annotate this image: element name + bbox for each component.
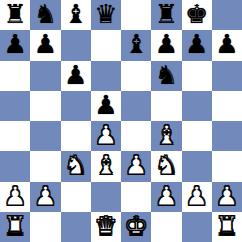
square-f7[interactable]: ♟ — [151, 30, 181, 60]
square-h6[interactable] — [212, 61, 242, 91]
square-d8[interactable]: ♛ — [91, 0, 121, 30]
square-e7[interactable]: ♝ — [121, 30, 151, 60]
piece-black-pawn[interactable]: ♟ — [155, 29, 178, 59]
square-c3[interactable]: ♞ — [61, 151, 91, 181]
square-h3[interactable] — [212, 151, 242, 181]
piece-white-knight[interactable]: ♞ — [64, 150, 87, 180]
piece-black-pawn[interactable]: ♟ — [94, 90, 117, 120]
square-a6[interactable] — [0, 61, 30, 91]
square-e4[interactable] — [121, 121, 151, 151]
piece-white-pawn[interactable]: ♟ — [3, 181, 26, 211]
square-b1[interactable] — [30, 212, 60, 242]
square-a7[interactable]: ♟ — [0, 30, 30, 60]
piece-white-queen[interactable]: ♛ — [94, 211, 117, 241]
piece-white-rook[interactable]: ♜ — [3, 211, 26, 241]
square-a8[interactable]: ♜ — [0, 0, 30, 30]
square-f2[interactable]: ♟ — [151, 182, 181, 212]
piece-black-pawn[interactable]: ♟ — [3, 29, 26, 59]
piece-white-bishop[interactable]: ♝ — [94, 150, 117, 180]
square-e5[interactable] — [121, 91, 151, 121]
square-h8[interactable] — [212, 0, 242, 30]
square-e1[interactable]: ♚ — [121, 212, 151, 242]
square-b2[interactable]: ♟ — [30, 182, 60, 212]
square-g3[interactable] — [182, 151, 212, 181]
piece-black-pawn[interactable]: ♟ — [215, 29, 238, 59]
square-c5[interactable] — [61, 91, 91, 121]
square-b3[interactable] — [30, 151, 60, 181]
square-h5[interactable] — [212, 91, 242, 121]
piece-white-pawn[interactable]: ♟ — [124, 150, 147, 180]
square-b6[interactable] — [30, 61, 60, 91]
piece-black-rook[interactable]: ♜ — [3, 0, 26, 29]
piece-black-knight[interactable]: ♞ — [155, 60, 178, 90]
square-b4[interactable] — [30, 121, 60, 151]
piece-white-bishop[interactable]: ♝ — [155, 120, 178, 150]
piece-white-knight[interactable]: ♞ — [155, 150, 178, 180]
square-f3[interactable]: ♞ — [151, 151, 181, 181]
square-b5[interactable] — [30, 91, 60, 121]
square-f5[interactable] — [151, 91, 181, 121]
square-c6[interactable]: ♟ — [61, 61, 91, 91]
piece-black-king[interactable]: ♚ — [185, 0, 208, 29]
square-g5[interactable] — [182, 91, 212, 121]
square-c4[interactable] — [61, 121, 91, 151]
square-g6[interactable] — [182, 61, 212, 91]
square-f4[interactable]: ♝ — [151, 121, 181, 151]
square-h1[interactable]: ♜ — [212, 212, 242, 242]
square-d4[interactable]: ♟ — [91, 121, 121, 151]
square-d7[interactable] — [91, 30, 121, 60]
square-h4[interactable] — [212, 121, 242, 151]
piece-black-bishop[interactable]: ♝ — [64, 0, 87, 29]
square-e8[interactable] — [121, 0, 151, 30]
piece-white-king[interactable]: ♚ — [124, 211, 147, 241]
piece-black-rook[interactable]: ♜ — [155, 0, 178, 29]
square-a2[interactable]: ♟ — [0, 182, 30, 212]
square-e6[interactable] — [121, 61, 151, 91]
square-g8[interactable]: ♚ — [182, 0, 212, 30]
piece-white-pawn[interactable]: ♟ — [34, 181, 57, 211]
square-a4[interactable] — [0, 121, 30, 151]
piece-black-pawn[interactable]: ♟ — [64, 60, 87, 90]
square-g4[interactable] — [182, 121, 212, 151]
piece-black-queen[interactable]: ♛ — [94, 0, 117, 29]
piece-black-pawn[interactable]: ♟ — [34, 29, 57, 59]
piece-white-pawn[interactable]: ♟ — [215, 181, 238, 211]
square-g1[interactable] — [182, 212, 212, 242]
square-d5[interactable]: ♟ — [91, 91, 121, 121]
square-f1[interactable] — [151, 212, 181, 242]
square-f6[interactable]: ♞ — [151, 61, 181, 91]
square-b7[interactable]: ♟ — [30, 30, 60, 60]
square-c8[interactable]: ♝ — [61, 0, 91, 30]
square-d3[interactable]: ♝ — [91, 151, 121, 181]
square-a3[interactable] — [0, 151, 30, 181]
piece-white-rook[interactable]: ♜ — [215, 211, 238, 241]
square-h2[interactable]: ♟ — [212, 182, 242, 212]
piece-white-pawn[interactable]: ♟ — [155, 181, 178, 211]
square-b8[interactable]: ♞ — [30, 0, 60, 30]
piece-white-pawn[interactable]: ♟ — [185, 181, 208, 211]
square-g2[interactable]: ♟ — [182, 182, 212, 212]
chess-board: ♜♞♝♛♜♚♟♟♝♟♟♟♟♞♟♟♝♞♝♟♞♟♟♟♟♟♜♛♚♜ — [0, 0, 242, 242]
square-d6[interactable] — [91, 61, 121, 91]
square-a5[interactable] — [0, 91, 30, 121]
piece-black-pawn[interactable]: ♟ — [185, 29, 208, 59]
square-e2[interactable] — [121, 182, 151, 212]
square-c7[interactable] — [61, 30, 91, 60]
square-e3[interactable]: ♟ — [121, 151, 151, 181]
square-d1[interactable]: ♛ — [91, 212, 121, 242]
square-d2[interactable] — [91, 182, 121, 212]
piece-black-bishop[interactable]: ♝ — [124, 29, 147, 59]
square-h7[interactable]: ♟ — [212, 30, 242, 60]
square-c2[interactable] — [61, 182, 91, 212]
piece-white-pawn[interactable]: ♟ — [94, 120, 117, 150]
piece-black-knight[interactable]: ♞ — [34, 0, 57, 29]
square-g7[interactable]: ♟ — [182, 30, 212, 60]
square-c1[interactable] — [61, 212, 91, 242]
square-f8[interactable]: ♜ — [151, 0, 181, 30]
square-a1[interactable]: ♜ — [0, 212, 30, 242]
